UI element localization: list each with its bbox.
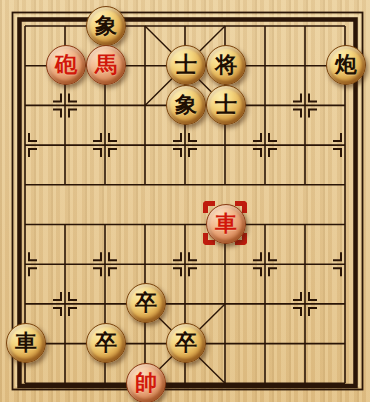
piece-black-pawn[interactable]: 卒	[166, 323, 206, 363]
piece-red-chariot[interactable]: 車	[206, 204, 246, 244]
piece-black-elephant[interactable]: 象	[86, 6, 126, 46]
piece-black-advisor[interactable]: 士	[206, 85, 246, 125]
piece-black-elephant[interactable]: 象	[166, 85, 206, 125]
piece-red-general[interactable]: 帥	[126, 363, 166, 402]
piece-black-cannon[interactable]: 炮	[326, 45, 366, 85]
piece-black-general[interactable]: 将	[206, 45, 246, 85]
piece-red-cannon[interactable]: 砲	[46, 45, 86, 85]
piece-black-pawn[interactable]: 卒	[86, 323, 126, 363]
piece-black-chariot[interactable]: 車	[6, 323, 46, 363]
piece-red-horse[interactable]: 馬	[86, 45, 126, 85]
piece-black-advisor[interactable]: 士	[166, 45, 206, 85]
xiangqi-board: 象砲馬士将炮象士車卒車卒卒帥	[0, 0, 370, 402]
